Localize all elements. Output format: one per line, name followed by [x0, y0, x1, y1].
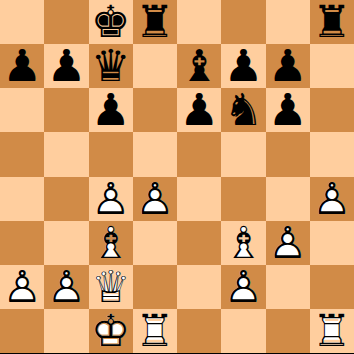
square-a2[interactable]: ♟♙: [0, 265, 44, 309]
white-bishop-fill-glyph: ♝: [221, 221, 265, 265]
piece-white-pawn[interactable]: ♟♙: [133, 177, 177, 221]
square-d3[interactable]: [133, 221, 177, 265]
square-f8[interactable]: [221, 0, 265, 44]
piece-white-pawn[interactable]: ♟♙: [266, 221, 310, 265]
white-bishop-outline-glyph: ♗: [89, 221, 133, 265]
white-queen-outline-glyph: ♕: [89, 265, 133, 309]
white-pawn-fill-glyph: ♟: [44, 265, 88, 309]
piece-white-pawn[interactable]: ♟♙: [89, 177, 133, 221]
piece-white-queen[interactable]: ♛♕: [89, 265, 133, 309]
square-d2[interactable]: [133, 265, 177, 309]
square-c8[interactable]: ♚: [89, 0, 133, 44]
square-f3[interactable]: ♝♗: [221, 221, 265, 265]
square-d4[interactable]: ♟♙: [133, 177, 177, 221]
white-pawn-fill-glyph: ♟: [266, 221, 310, 265]
piece-black-knight[interactable]: ♞: [221, 88, 265, 132]
piece-black-pawn[interactable]: ♟: [0, 44, 44, 88]
square-h8[interactable]: ♜: [310, 0, 354, 44]
piece-white-rook[interactable]: ♜♖: [133, 309, 177, 353]
square-e3[interactable]: [177, 221, 221, 265]
square-c1[interactable]: ♚♔: [89, 309, 133, 353]
black-queen-glyph: ♛: [89, 44, 133, 88]
square-e1[interactable]: [177, 309, 221, 353]
piece-black-king[interactable]: ♚: [89, 0, 133, 44]
white-pawn-outline-glyph: ♙: [221, 265, 265, 309]
white-pawn-fill-glyph: ♟: [310, 177, 354, 221]
black-bishop-glyph: ♝: [177, 44, 221, 88]
square-a3[interactable]: [0, 221, 44, 265]
black-knight-glyph: ♞: [221, 88, 265, 132]
square-a7[interactable]: ♟: [0, 44, 44, 88]
piece-black-queen[interactable]: ♛: [89, 44, 133, 88]
square-g3[interactable]: ♟♙: [266, 221, 310, 265]
square-g2[interactable]: [266, 265, 310, 309]
white-rook-outline-glyph: ♖: [133, 309, 177, 353]
square-f4[interactable]: [221, 177, 265, 221]
square-d8[interactable]: ♜: [133, 0, 177, 44]
square-e7[interactable]: ♝: [177, 44, 221, 88]
piece-white-bishop[interactable]: ♝♗: [89, 221, 133, 265]
square-c4[interactable]: ♟♙: [89, 177, 133, 221]
square-b3[interactable]: [44, 221, 88, 265]
white-pawn-outline-glyph: ♙: [310, 177, 354, 221]
square-d6[interactable]: [133, 88, 177, 132]
black-king-glyph: ♚: [89, 0, 133, 44]
piece-black-rook[interactable]: ♜: [133, 0, 177, 44]
white-pawn-outline-glyph: ♙: [0, 265, 44, 309]
square-h4[interactable]: ♟♙: [310, 177, 354, 221]
white-rook-outline-glyph: ♖: [310, 309, 354, 353]
square-b1[interactable]: [44, 309, 88, 353]
white-pawn-fill-glyph: ♟: [133, 177, 177, 221]
square-g4[interactable]: [266, 177, 310, 221]
white-pawn-outline-glyph: ♙: [133, 177, 177, 221]
black-pawn-glyph: ♟: [266, 44, 310, 88]
white-pawn-fill-glyph: ♟: [0, 265, 44, 309]
piece-white-pawn[interactable]: ♟♙: [221, 265, 265, 309]
square-a1[interactable]: [0, 309, 44, 353]
square-b2[interactable]: ♟♙: [44, 265, 88, 309]
piece-white-pawn[interactable]: ♟♙: [0, 265, 44, 309]
square-f5[interactable]: [221, 132, 265, 176]
square-a8[interactable]: [0, 0, 44, 44]
square-d5[interactable]: [133, 132, 177, 176]
piece-black-rook[interactable]: ♜: [310, 0, 354, 44]
square-e8[interactable]: [177, 0, 221, 44]
square-c2[interactable]: ♛♕: [89, 265, 133, 309]
piece-black-pawn[interactable]: ♟: [266, 44, 310, 88]
black-pawn-glyph: ♟: [89, 88, 133, 132]
piece-white-king[interactable]: ♚♔: [89, 309, 133, 353]
square-g7[interactable]: ♟: [266, 44, 310, 88]
white-rook-fill-glyph: ♜: [133, 309, 177, 353]
square-d1[interactable]: ♜♖: [133, 309, 177, 353]
square-d7[interactable]: [133, 44, 177, 88]
black-pawn-glyph: ♟: [266, 88, 310, 132]
square-c3[interactable]: ♝♗: [89, 221, 133, 265]
square-b4[interactable]: [44, 177, 88, 221]
square-g1[interactable]: [266, 309, 310, 353]
square-b7[interactable]: ♟: [44, 44, 88, 88]
chess-board: ♚♜♜♟♟♛♝♟♟♟♟♞♟♟♙♟♙♟♙♝♗♝♗♟♙♟♙♟♙♛♕♟♙♚♔♜♖♜♖: [0, 0, 354, 354]
black-pawn-glyph: ♟: [44, 44, 88, 88]
piece-black-pawn[interactable]: ♟: [266, 88, 310, 132]
white-queen-fill-glyph: ♛: [89, 265, 133, 309]
white-bishop-fill-glyph: ♝: [89, 221, 133, 265]
square-c7[interactable]: ♛: [89, 44, 133, 88]
square-h7[interactable]: [310, 44, 354, 88]
piece-black-pawn[interactable]: ♟: [44, 44, 88, 88]
square-g5[interactable]: [266, 132, 310, 176]
square-b8[interactable]: [44, 0, 88, 44]
piece-black-pawn[interactable]: ♟: [177, 88, 221, 132]
piece-black-pawn[interactable]: ♟: [221, 44, 265, 88]
white-king-fill-glyph: ♚: [89, 309, 133, 353]
square-f6[interactable]: ♞: [221, 88, 265, 132]
square-f7[interactable]: ♟: [221, 44, 265, 88]
black-pawn-glyph: ♟: [221, 44, 265, 88]
piece-white-rook[interactable]: ♜♖: [310, 309, 354, 353]
black-pawn-glyph: ♟: [177, 88, 221, 132]
square-b5[interactable]: [44, 132, 88, 176]
white-bishop-outline-glyph: ♗: [221, 221, 265, 265]
square-h2[interactable]: [310, 265, 354, 309]
square-f2[interactable]: ♟♙: [221, 265, 265, 309]
square-g6[interactable]: ♟: [266, 88, 310, 132]
white-pawn-outline-glyph: ♙: [44, 265, 88, 309]
square-h3[interactable]: [310, 221, 354, 265]
square-h5[interactable]: [310, 132, 354, 176]
square-g8[interactable]: [266, 0, 310, 44]
square-a6[interactable]: [0, 88, 44, 132]
white-pawn-fill-glyph: ♟: [221, 265, 265, 309]
white-king-outline-glyph: ♔: [89, 309, 133, 353]
piece-white-bishop[interactable]: ♝♗: [221, 221, 265, 265]
square-e5[interactable]: [177, 132, 221, 176]
piece-black-bishop[interactable]: ♝: [177, 44, 221, 88]
square-e6[interactable]: ♟: [177, 88, 221, 132]
square-a5[interactable]: [0, 132, 44, 176]
piece-white-pawn[interactable]: ♟♙: [310, 177, 354, 221]
square-c6[interactable]: ♟: [89, 88, 133, 132]
black-rook-glyph: ♜: [133, 0, 177, 44]
square-e4[interactable]: [177, 177, 221, 221]
black-pawn-glyph: ♟: [0, 44, 44, 88]
square-h6[interactable]: [310, 88, 354, 132]
square-h1[interactable]: ♜♖: [310, 309, 354, 353]
black-rook-glyph: ♜: [310, 0, 354, 44]
white-pawn-outline-glyph: ♙: [89, 177, 133, 221]
square-b6[interactable]: [44, 88, 88, 132]
square-c5[interactable]: [89, 132, 133, 176]
square-e2[interactable]: [177, 265, 221, 309]
square-a4[interactable]: [0, 177, 44, 221]
white-pawn-fill-glyph: ♟: [89, 177, 133, 221]
piece-white-pawn[interactable]: ♟♙: [44, 265, 88, 309]
white-pawn-outline-glyph: ♙: [266, 221, 310, 265]
square-f1[interactable]: [221, 309, 265, 353]
white-rook-fill-glyph: ♜: [310, 309, 354, 353]
piece-black-pawn[interactable]: ♟: [89, 88, 133, 132]
